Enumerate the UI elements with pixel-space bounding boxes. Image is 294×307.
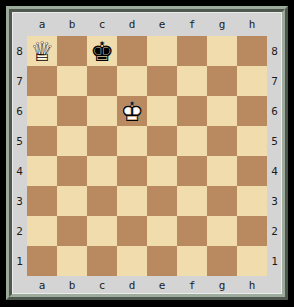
square-b3[interactable] — [57, 186, 87, 216]
square-c2[interactable] — [87, 216, 117, 246]
square-d4[interactable] — [117, 156, 147, 186]
file-label-top-g: g — [207, 12, 237, 36]
square-a7[interactable] — [27, 66, 57, 96]
square-e2[interactable] — [147, 216, 177, 246]
white-king-d6[interactable]: ♚♔ — [117, 96, 147, 126]
corner-top-right — [267, 12, 282, 36]
square-f6[interactable] — [177, 96, 207, 126]
square-d5[interactable] — [117, 126, 147, 156]
black-king-c8[interactable]: ♚ — [87, 36, 117, 66]
rank-label-right-8: 8 — [267, 36, 282, 66]
square-a2[interactable] — [27, 216, 57, 246]
square-e7[interactable] — [147, 66, 177, 96]
square-e5[interactable] — [147, 126, 177, 156]
square-d2[interactable] — [117, 216, 147, 246]
square-g3[interactable] — [207, 186, 237, 216]
rank-label-left-1: 1 — [12, 246, 27, 276]
square-g8[interactable] — [207, 36, 237, 66]
square-f3[interactable] — [177, 186, 207, 216]
square-g6[interactable] — [207, 96, 237, 126]
rank-label-right-3: 3 — [267, 186, 282, 216]
square-f1[interactable] — [177, 246, 207, 276]
square-h2[interactable] — [237, 216, 267, 246]
page-background: abcdefgh8♛♕♚8776♚♔65544332211abcdefgh — [0, 0, 294, 307]
rank-label-left-7: 7 — [12, 66, 27, 96]
square-h7[interactable] — [237, 66, 267, 96]
file-label-bottom-h: h — [237, 276, 267, 294]
square-g1[interactable] — [207, 246, 237, 276]
square-f5[interactable] — [177, 126, 207, 156]
rank-label-right-1: 1 — [267, 246, 282, 276]
square-b5[interactable] — [57, 126, 87, 156]
square-e8[interactable] — [147, 36, 177, 66]
square-a8[interactable]: ♛♕ — [27, 36, 57, 66]
square-d7[interactable] — [117, 66, 147, 96]
white-queen-a8[interactable]: ♛♕ — [27, 36, 57, 66]
rank-label-left-3: 3 — [12, 186, 27, 216]
rank-label-right-6: 6 — [267, 96, 282, 126]
square-h4[interactable] — [237, 156, 267, 186]
square-f4[interactable] — [177, 156, 207, 186]
chessboard: abcdefgh8♛♕♚8776♚♔65544332211abcdefgh — [12, 12, 282, 294]
corner-bottom-right — [267, 276, 282, 294]
square-h6[interactable] — [237, 96, 267, 126]
square-b8[interactable] — [57, 36, 87, 66]
file-label-top-e: e — [147, 12, 177, 36]
square-e3[interactable] — [147, 186, 177, 216]
square-f7[interactable] — [177, 66, 207, 96]
file-label-bottom-c: c — [87, 276, 117, 294]
file-label-bottom-b: b — [57, 276, 87, 294]
rank-label-right-7: 7 — [267, 66, 282, 96]
file-label-top-f: f — [177, 12, 207, 36]
square-c4[interactable] — [87, 156, 117, 186]
file-label-top-b: b — [57, 12, 87, 36]
square-a1[interactable] — [27, 246, 57, 276]
rank-label-left-5: 5 — [12, 126, 27, 156]
square-e4[interactable] — [147, 156, 177, 186]
square-b4[interactable] — [57, 156, 87, 186]
file-label-top-h: h — [237, 12, 267, 36]
rank-label-left-4: 4 — [12, 156, 27, 186]
white-king-glyph-outline: ♔ — [117, 96, 147, 127]
black-king-glyph-fill: ♚ — [87, 36, 117, 67]
file-label-bottom-d: d — [117, 276, 147, 294]
square-f8[interactable] — [177, 36, 207, 66]
rank-label-right-5: 5 — [267, 126, 282, 156]
chessboard-frame: abcdefgh8♛♕♚8776♚♔65544332211abcdefgh — [6, 6, 288, 300]
rank-label-right-4: 4 — [267, 156, 282, 186]
square-e6[interactable] — [147, 96, 177, 126]
square-b2[interactable] — [57, 216, 87, 246]
square-g2[interactable] — [207, 216, 237, 246]
square-e1[interactable] — [147, 246, 177, 276]
square-a6[interactable] — [27, 96, 57, 126]
square-c8[interactable]: ♚ — [87, 36, 117, 66]
square-a3[interactable] — [27, 186, 57, 216]
square-h5[interactable] — [237, 126, 267, 156]
rank-label-left-8: 8 — [12, 36, 27, 66]
square-a5[interactable] — [27, 126, 57, 156]
square-c7[interactable] — [87, 66, 117, 96]
square-h8[interactable] — [237, 36, 267, 66]
square-g4[interactable] — [207, 156, 237, 186]
square-c6[interactable] — [87, 96, 117, 126]
square-c5[interactable] — [87, 126, 117, 156]
square-h1[interactable] — [237, 246, 267, 276]
corner-bottom-left — [12, 276, 27, 294]
square-b6[interactable] — [57, 96, 87, 126]
rank-label-right-2: 2 — [267, 216, 282, 246]
square-f2[interactable] — [177, 216, 207, 246]
square-g7[interactable] — [207, 66, 237, 96]
file-label-bottom-a: a — [27, 276, 57, 294]
square-c1[interactable] — [87, 246, 117, 276]
square-g5[interactable] — [207, 126, 237, 156]
square-h3[interactable] — [237, 186, 267, 216]
rank-label-left-2: 2 — [12, 216, 27, 246]
file-label-top-d: d — [117, 12, 147, 36]
square-d3[interactable] — [117, 186, 147, 216]
white-queen-glyph-outline: ♕ — [27, 36, 57, 67]
rank-label-left-6: 6 — [12, 96, 27, 126]
file-label-top-a: a — [27, 12, 57, 36]
square-c3[interactable] — [87, 186, 117, 216]
square-a4[interactable] — [27, 156, 57, 186]
file-label-bottom-g: g — [207, 276, 237, 294]
square-d8[interactable] — [117, 36, 147, 66]
square-d6[interactable]: ♚♔ — [117, 96, 147, 126]
file-label-bottom-e: e — [147, 276, 177, 294]
square-d1[interactable] — [117, 246, 147, 276]
corner-top-left — [12, 12, 27, 36]
square-b7[interactable] — [57, 66, 87, 96]
file-label-bottom-f: f — [177, 276, 207, 294]
square-b1[interactable] — [57, 246, 87, 276]
file-label-top-c: c — [87, 12, 117, 36]
